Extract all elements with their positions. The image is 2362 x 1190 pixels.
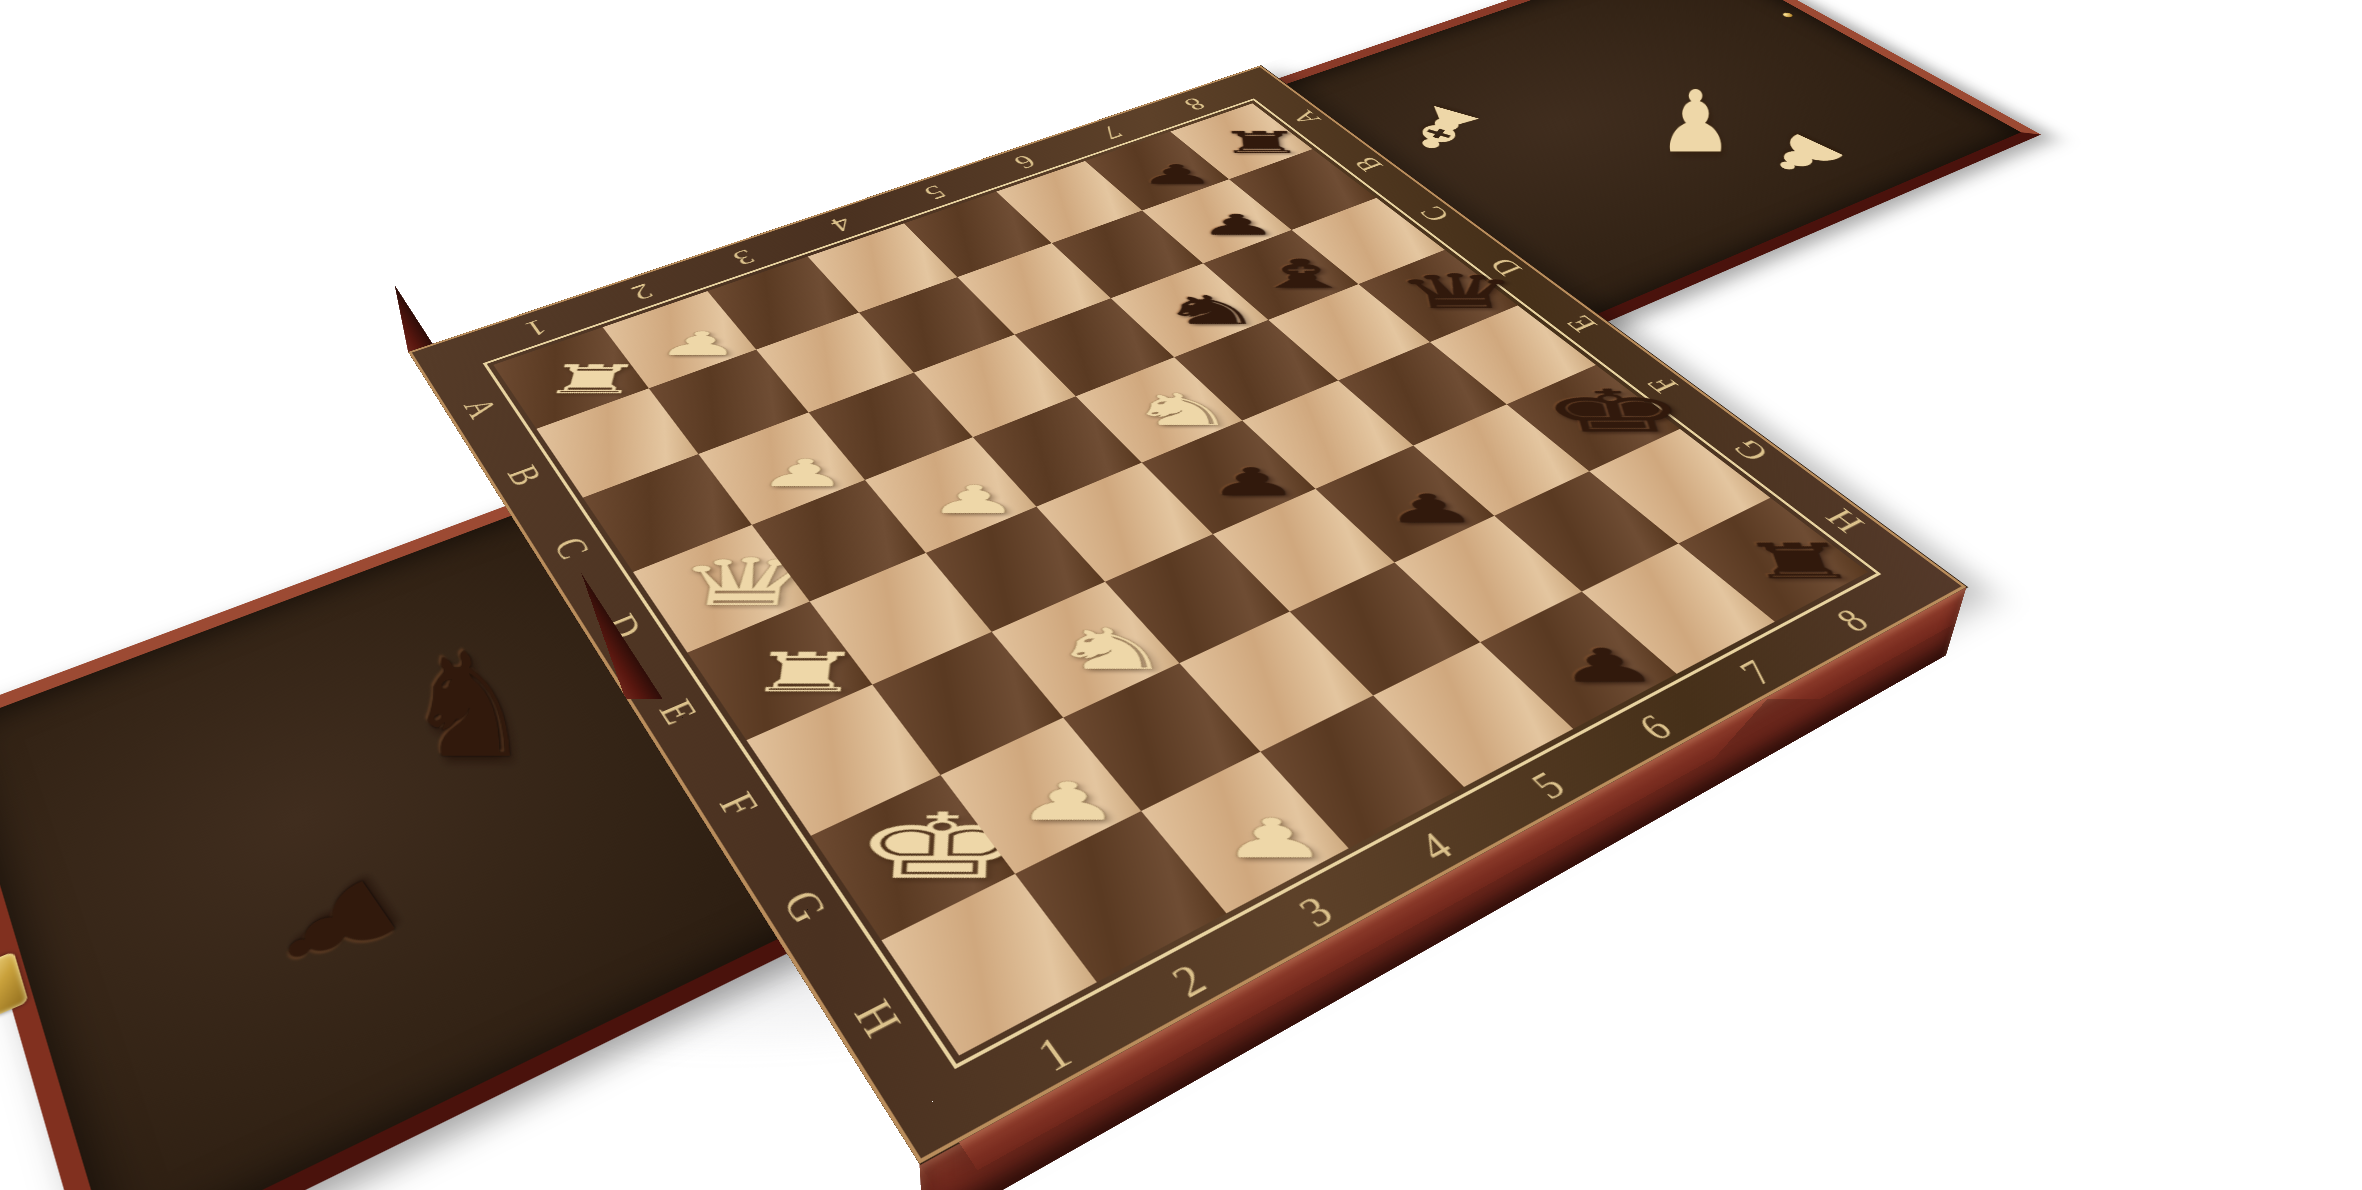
square-h7: [1582, 544, 1775, 674]
brass-latch-icon[interactable]: [0, 951, 29, 1017]
square-f8: ♚: [1507, 365, 1680, 471]
square-h3: ♟: [1141, 752, 1349, 914]
square-d2: [752, 480, 926, 602]
piece-white-knight[interactable]: ♞: [1125, 388, 1239, 432]
rank-labels-bottom: 12345678: [963, 576, 1923, 1122]
square-g4: [1179, 612, 1373, 752]
square-f7: [1413, 404, 1589, 515]
piece-white-pawn[interactable]: ♟: [1013, 775, 1123, 828]
captured-white-pawn-standing[interactable]: ♟: [1657, 80, 1734, 166]
coordinate-label-g: G: [1684, 413, 1816, 488]
square-g8: [1589, 429, 1770, 544]
square-d5: ♞: [1076, 357, 1242, 462]
piece-white-rook[interactable]: ♜: [535, 360, 648, 400]
captured-black-pawn-lying[interactable]: ♟: [253, 859, 423, 999]
piece-black-pawn[interactable]: ♟: [1205, 463, 1302, 501]
square-f6: ♟: [1315, 446, 1494, 563]
square-e7: [1338, 342, 1507, 445]
piece-white-rook[interactable]: ♜: [741, 645, 867, 699]
square-c3: [809, 373, 973, 480]
square-d1: ♛: [633, 525, 810, 653]
piece-black-bishop[interactable]: ♝: [1245, 254, 1359, 294]
square-g1: ♚: [811, 775, 1015, 940]
square-g6: [1395, 516, 1582, 642]
piece-white-pawn[interactable]: ♟: [926, 480, 1021, 519]
piece-white-king[interactable]: ♚: [846, 801, 1034, 892]
square-g2: ♟: [941, 718, 1142, 874]
square-e6: [1242, 380, 1413, 488]
captured-white-pawn-lying[interactable]: ♟: [1744, 124, 1863, 189]
piece-black-pawn[interactable]: ♟: [1379, 489, 1481, 528]
coordinate-label-h: H: [1776, 481, 1912, 562]
square-h8: ♜: [1678, 498, 1868, 622]
square-e3: [926, 507, 1105, 632]
square-f3: ♞: [992, 582, 1180, 718]
square-h5: [1373, 642, 1573, 787]
piece-black-rook[interactable]: ♜: [1734, 537, 1865, 586]
square-e1: ♜: [687, 601, 872, 740]
square-d3: ♟: [865, 437, 1036, 553]
piece-white-knight[interactable]: ♞: [1048, 621, 1176, 678]
piece-black-king[interactable]: ♚: [1533, 382, 1698, 440]
square-c1: [583, 454, 752, 572]
square-g5: [1290, 562, 1480, 695]
square-h1: [881, 874, 1096, 1056]
square-b2: [649, 350, 809, 454]
square-g3: [1063, 663, 1260, 811]
square-e4: [1036, 463, 1212, 582]
piece-black-pawn[interactable]: ♟: [1196, 211, 1279, 239]
piece-black-queen[interactable]: ♛: [1390, 268, 1529, 316]
brass-screw-icon: [1781, 12, 1795, 18]
captured-black-knight-standing[interactable]: ♞: [404, 635, 533, 779]
piece-black-rook[interactable]: ♜: [1215, 128, 1307, 158]
square-c2: ♟: [698, 412, 865, 524]
square-h4: [1260, 696, 1464, 849]
piece-white-queen[interactable]: ♛: [665, 550, 826, 616]
piece-white-pawn[interactable]: ♟: [653, 327, 746, 360]
piece-black-pawn[interactable]: ♟: [1549, 643, 1663, 689]
square-e2: [810, 553, 992, 685]
piece-black-pawn[interactable]: ♟: [1138, 161, 1217, 188]
square-d4: [973, 396, 1142, 506]
square-e5: ♟: [1142, 421, 1316, 535]
scene: ♞♟ ♝♟♟ ♜♟♟♜♟♟♞♝♛♟♞♛♜♟♞♟♚♚♟♟♟♜ 12345678 1…: [0, 0, 2362, 1190]
piece-white-pawn[interactable]: ♟: [1216, 811, 1332, 866]
photo-stage: ♞♟ ♝♟♟ ♜♟♟♜♟♟♞♝♛♟♞♛♜♟♞♟♚♚♟♟♟♜ 12345678 1…: [0, 0, 2362, 1190]
square-f5: [1213, 489, 1395, 612]
square-f1: [746, 685, 940, 836]
piece-white-pawn[interactable]: ♟: [755, 454, 853, 492]
square-f4: [1105, 534, 1290, 663]
square-g7: [1494, 471, 1678, 591]
square-h2: [1015, 811, 1226, 982]
square-b1: [536, 388, 698, 497]
square-h6: ♟: [1480, 592, 1676, 729]
piece-black-knight[interactable]: ♞: [1157, 291, 1265, 330]
square-f2: [872, 632, 1063, 775]
